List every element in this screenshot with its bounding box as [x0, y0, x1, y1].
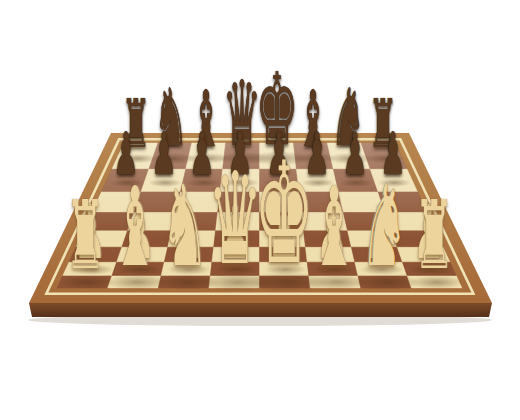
chessboard — [0, 0, 520, 420]
chess-set-photo: ♜♞♝♛♚♝♞♜♟♟♟♟♟♟♟♟♟♟♟♟♟♟♟♟♜♝♞♛♚♝♞♜ — [0, 0, 520, 420]
distance-haze — [57, 143, 462, 288]
board-front-edge — [29, 303, 492, 317]
